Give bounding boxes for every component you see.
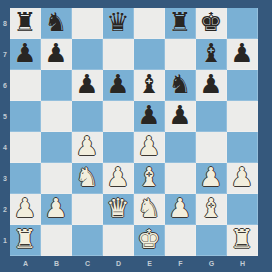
square-c7[interactable] bbox=[72, 39, 103, 70]
square-d8[interactable]: ♛ bbox=[103, 8, 134, 39]
square-g3[interactable]: ♟ bbox=[196, 163, 227, 194]
square-h4[interactable] bbox=[227, 132, 258, 163]
piece-white-pawn-c4[interactable]: ♟ bbox=[75, 133, 98, 159]
rank-label-2: 2 bbox=[0, 194, 10, 225]
square-b7[interactable]: ♟ bbox=[41, 39, 72, 70]
rank-label-1: 1 bbox=[0, 225, 10, 256]
square-e1[interactable]: ♚ bbox=[134, 225, 165, 256]
square-d4[interactable] bbox=[103, 132, 134, 163]
rank-label-6: 6 bbox=[0, 70, 10, 101]
rank-label-5: 5 bbox=[0, 101, 10, 132]
square-c8[interactable] bbox=[72, 8, 103, 39]
piece-black-pawn-d6[interactable]: ♟ bbox=[106, 71, 129, 97]
square-d1[interactable] bbox=[103, 225, 134, 256]
square-f6[interactable]: ♞ bbox=[165, 70, 196, 101]
square-g4[interactable] bbox=[196, 132, 227, 163]
square-g6[interactable]: ♟ bbox=[196, 70, 227, 101]
square-a5[interactable] bbox=[10, 101, 41, 132]
rank-label-3: 3 bbox=[0, 163, 10, 194]
piece-white-rook-h1[interactable]: ♜ bbox=[230, 226, 253, 252]
piece-black-pawn-h7[interactable]: ♟ bbox=[230, 40, 253, 66]
file-label-c: C bbox=[72, 255, 103, 272]
square-b4[interactable] bbox=[41, 132, 72, 163]
square-c1[interactable] bbox=[72, 225, 103, 256]
piece-black-queen-d8[interactable]: ♛ bbox=[106, 9, 129, 35]
square-g1[interactable] bbox=[196, 225, 227, 256]
square-h7[interactable]: ♟ bbox=[227, 39, 258, 70]
square-f5[interactable]: ♟ bbox=[165, 101, 196, 132]
piece-white-knight-e2[interactable]: ♞ bbox=[137, 195, 160, 221]
square-f8[interactable]: ♜ bbox=[165, 8, 196, 39]
file-label-d: D bbox=[103, 255, 134, 272]
square-f3[interactable] bbox=[165, 163, 196, 194]
square-a3[interactable] bbox=[10, 163, 41, 194]
square-b3[interactable] bbox=[41, 163, 72, 194]
square-c3[interactable]: ♞ bbox=[72, 163, 103, 194]
piece-white-pawn-e4[interactable]: ♟ bbox=[137, 133, 160, 159]
chess-board-frame: 87654321 ABCDEFGH ♜♞♛♜♚♟♟♝♟♟♟♝♞♟♟♟♟♟♞♟♝♟… bbox=[0, 0, 272, 272]
file-label-g: G bbox=[196, 255, 227, 272]
piece-white-pawn-g3[interactable]: ♟ bbox=[199, 164, 222, 190]
piece-black-bishop-g7[interactable]: ♝ bbox=[199, 40, 222, 66]
square-d7[interactable] bbox=[103, 39, 134, 70]
square-b2[interactable]: ♟ bbox=[41, 194, 72, 225]
square-g5[interactable] bbox=[196, 101, 227, 132]
piece-white-pawn-d3[interactable]: ♟ bbox=[106, 164, 129, 190]
square-e5[interactable]: ♟ bbox=[134, 101, 165, 132]
piece-white-pawn-a2[interactable]: ♟ bbox=[13, 195, 36, 221]
square-c5[interactable] bbox=[72, 101, 103, 132]
square-c6[interactable]: ♟ bbox=[72, 70, 103, 101]
piece-black-rook-f8[interactable]: ♜ bbox=[168, 9, 191, 35]
square-a8[interactable]: ♜ bbox=[10, 8, 41, 39]
square-g8[interactable]: ♚ bbox=[196, 8, 227, 39]
piece-black-knight-f6[interactable]: ♞ bbox=[168, 71, 191, 97]
square-e6[interactable]: ♝ bbox=[134, 70, 165, 101]
square-d6[interactable]: ♟ bbox=[103, 70, 134, 101]
rank-labels: 87654321 bbox=[0, 8, 10, 256]
file-label-a: A bbox=[10, 255, 41, 272]
square-f7[interactable] bbox=[165, 39, 196, 70]
square-d3[interactable]: ♟ bbox=[103, 163, 134, 194]
piece-black-knight-b8[interactable]: ♞ bbox=[44, 9, 67, 35]
piece-white-pawn-f2[interactable]: ♟ bbox=[168, 195, 191, 221]
square-g2[interactable]: ♝ bbox=[196, 194, 227, 225]
square-h3[interactable]: ♟ bbox=[227, 163, 258, 194]
square-e7[interactable] bbox=[134, 39, 165, 70]
square-e8[interactable] bbox=[134, 8, 165, 39]
square-h8[interactable] bbox=[227, 8, 258, 39]
piece-white-bishop-g2[interactable]: ♝ bbox=[199, 195, 222, 221]
file-label-h: H bbox=[227, 255, 258, 272]
file-label-b: B bbox=[41, 255, 72, 272]
square-b8[interactable]: ♞ bbox=[41, 8, 72, 39]
square-f2[interactable]: ♟ bbox=[165, 194, 196, 225]
square-f1[interactable] bbox=[165, 225, 196, 256]
piece-white-knight-c3[interactable]: ♞ bbox=[75, 164, 98, 190]
square-e4[interactable]: ♟ bbox=[134, 132, 165, 163]
piece-black-pawn-a7[interactable]: ♟ bbox=[13, 40, 36, 66]
square-d5[interactable] bbox=[103, 101, 134, 132]
piece-white-rook-a1[interactable]: ♜ bbox=[13, 226, 36, 252]
square-c4[interactable]: ♟ bbox=[72, 132, 103, 163]
square-g7[interactable]: ♝ bbox=[196, 39, 227, 70]
square-b6[interactable] bbox=[41, 70, 72, 101]
piece-black-rook-a8[interactable]: ♜ bbox=[13, 9, 36, 35]
square-h5[interactable] bbox=[227, 101, 258, 132]
square-b1[interactable] bbox=[41, 225, 72, 256]
square-d2[interactable]: ♛ bbox=[103, 194, 134, 225]
piece-white-king-e1[interactable]: ♚ bbox=[137, 226, 160, 252]
piece-black-pawn-g6[interactable]: ♟ bbox=[199, 71, 222, 97]
piece-black-king-g8[interactable]: ♚ bbox=[199, 9, 222, 35]
piece-white-bishop-e3[interactable]: ♝ bbox=[137, 164, 160, 190]
square-h1[interactable]: ♜ bbox=[227, 225, 258, 256]
piece-black-pawn-e5[interactable]: ♟ bbox=[137, 102, 160, 128]
file-label-e: E bbox=[134, 255, 165, 272]
square-a7[interactable]: ♟ bbox=[10, 39, 41, 70]
piece-black-pawn-b7[interactable]: ♟ bbox=[44, 40, 67, 66]
piece-black-pawn-f5[interactable]: ♟ bbox=[168, 102, 191, 128]
piece-white-queen-d2[interactable]: ♛ bbox=[106, 195, 129, 221]
square-b5[interactable] bbox=[41, 101, 72, 132]
square-a4[interactable] bbox=[10, 132, 41, 163]
square-a1[interactable]: ♜ bbox=[10, 225, 41, 256]
piece-black-pawn-c6[interactable]: ♟ bbox=[75, 71, 98, 97]
rank-label-8: 8 bbox=[0, 8, 10, 39]
square-c2[interactable] bbox=[72, 194, 103, 225]
square-h6[interactable] bbox=[227, 70, 258, 101]
piece-black-bishop-e6[interactable]: ♝ bbox=[137, 71, 160, 97]
rank-label-7: 7 bbox=[0, 39, 10, 70]
square-e2[interactable]: ♞ bbox=[134, 194, 165, 225]
square-a2[interactable]: ♟ bbox=[10, 194, 41, 225]
piece-white-pawn-b2[interactable]: ♟ bbox=[44, 195, 67, 221]
rank-label-4: 4 bbox=[0, 132, 10, 163]
square-f4[interactable] bbox=[165, 132, 196, 163]
file-labels: ABCDEFGH bbox=[10, 255, 258, 272]
square-a6[interactable] bbox=[10, 70, 41, 101]
chess-board: ♜♞♛♜♚♟♟♝♟♟♟♝♞♟♟♟♟♟♞♟♝♟♟♟♟♛♞♟♝♜♚♜ bbox=[10, 8, 258, 256]
file-label-f: F bbox=[165, 255, 196, 272]
piece-white-pawn-h3[interactable]: ♟ bbox=[230, 164, 253, 190]
square-e3[interactable]: ♝ bbox=[134, 163, 165, 194]
square-h2[interactable] bbox=[227, 194, 258, 225]
